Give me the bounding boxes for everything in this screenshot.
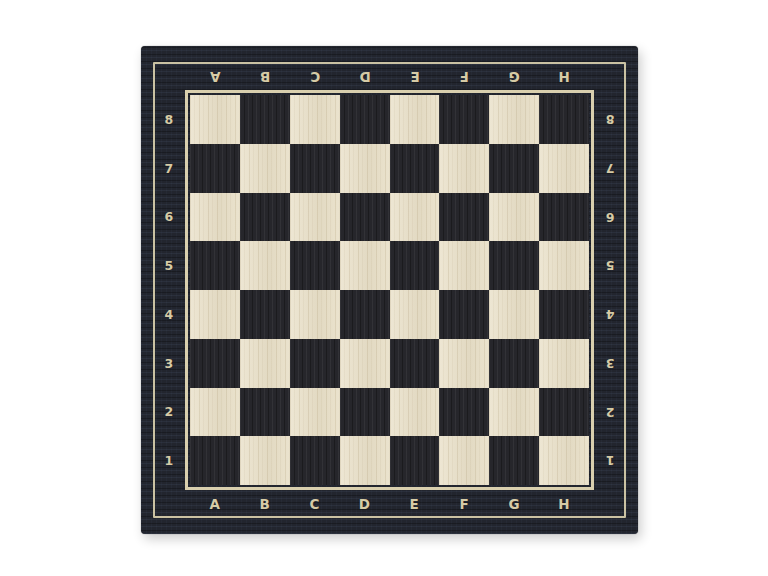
square-d4 [340, 290, 390, 339]
square-c2 [290, 388, 340, 437]
square-c4 [290, 290, 340, 339]
photo-background: ABCDEFGH ABCDEFGH 87654321 87654321 [0, 0, 768, 576]
square-g3 [489, 339, 539, 388]
square-b6 [240, 193, 290, 242]
square-h5 [539, 241, 589, 290]
coord-label-right-1: 1 [595, 436, 625, 485]
square-g5 [489, 241, 539, 290]
square-h4 [539, 290, 589, 339]
square-f7 [439, 144, 489, 193]
square-d6 [340, 193, 390, 242]
square-d1 [340, 436, 390, 485]
coord-label-left-1: 1 [154, 436, 184, 485]
coord-label-bottom-c: C [290, 490, 340, 517]
square-e4 [390, 290, 440, 339]
square-d3 [340, 339, 390, 388]
square-g8 [489, 95, 539, 144]
square-e7 [390, 144, 440, 193]
coord-label-bottom-d: D [340, 490, 390, 517]
square-b1 [240, 436, 290, 485]
square-a3 [190, 339, 240, 388]
square-c8 [290, 95, 340, 144]
square-h2 [539, 388, 589, 437]
square-g6 [489, 193, 539, 242]
coord-label-bottom-g: G [489, 490, 539, 517]
square-e3 [390, 339, 440, 388]
coord-label-top-f: F [439, 64, 489, 91]
square-h7 [539, 144, 589, 193]
square-e8 [390, 95, 440, 144]
square-f5 [439, 241, 489, 290]
coord-label-left-4: 4 [154, 290, 184, 339]
coord-label-bottom-f: F [439, 490, 489, 517]
coord-label-bottom-a: A [190, 490, 240, 517]
square-e1 [390, 436, 440, 485]
square-f4 [439, 290, 489, 339]
square-a6 [190, 193, 240, 242]
square-a5 [190, 241, 240, 290]
playing-field [190, 95, 589, 485]
square-e5 [390, 241, 440, 290]
coord-label-right-3: 3 [595, 339, 625, 388]
coord-label-right-4: 4 [595, 290, 625, 339]
coord-label-right-8: 8 [595, 95, 625, 144]
square-d5 [340, 241, 390, 290]
coord-label-top-a: A [190, 64, 240, 91]
square-b3 [240, 339, 290, 388]
square-g2 [489, 388, 539, 437]
square-f3 [439, 339, 489, 388]
square-a7 [190, 144, 240, 193]
coord-label-left-5: 5 [154, 241, 184, 290]
coord-label-top-g: G [489, 64, 539, 91]
square-c6 [290, 193, 340, 242]
coord-label-right-6: 6 [595, 193, 625, 242]
coord-label-bottom-h: H [539, 490, 589, 517]
square-b5 [240, 241, 290, 290]
square-f2 [439, 388, 489, 437]
coord-label-top-c: C [290, 64, 340, 91]
rank-labels-right: 87654321 [595, 95, 625, 485]
coord-label-left-8: 8 [154, 95, 184, 144]
square-f1 [439, 436, 489, 485]
square-c3 [290, 339, 340, 388]
coord-label-left-2: 2 [154, 388, 184, 437]
coord-label-top-d: D [340, 64, 390, 91]
square-h8 [539, 95, 589, 144]
square-h1 [539, 436, 589, 485]
coord-label-top-h: H [539, 64, 589, 91]
square-d2 [340, 388, 390, 437]
square-a8 [190, 95, 240, 144]
square-g4 [489, 290, 539, 339]
square-e6 [390, 193, 440, 242]
square-h3 [539, 339, 589, 388]
chess-board: ABCDEFGH ABCDEFGH 87654321 87654321 [141, 46, 638, 534]
coord-label-top-b: B [240, 64, 290, 91]
coord-label-right-2: 2 [595, 388, 625, 437]
square-g1 [489, 436, 539, 485]
square-d7 [340, 144, 390, 193]
rank-labels-left: 87654321 [154, 95, 184, 485]
file-labels-bottom: ABCDEFGH [190, 490, 589, 517]
square-d8 [340, 95, 390, 144]
square-b4 [240, 290, 290, 339]
square-g7 [489, 144, 539, 193]
square-a2 [190, 388, 240, 437]
coord-label-bottom-b: B [240, 490, 290, 517]
square-b7 [240, 144, 290, 193]
coord-label-top-e: E [390, 64, 440, 91]
coord-label-right-5: 5 [595, 241, 625, 290]
square-c5 [290, 241, 340, 290]
square-e2 [390, 388, 440, 437]
file-labels-top: ABCDEFGH [190, 64, 589, 91]
coord-label-left-3: 3 [154, 339, 184, 388]
square-c1 [290, 436, 340, 485]
square-b8 [240, 95, 290, 144]
square-a4 [190, 290, 240, 339]
coord-label-left-6: 6 [154, 193, 184, 242]
square-c7 [290, 144, 340, 193]
coord-label-left-7: 7 [154, 144, 184, 193]
square-f6 [439, 193, 489, 242]
coord-label-bottom-e: E [390, 490, 440, 517]
square-b2 [240, 388, 290, 437]
coord-label-right-7: 7 [595, 144, 625, 193]
square-a1 [190, 436, 240, 485]
square-h6 [539, 193, 589, 242]
square-f8 [439, 95, 489, 144]
